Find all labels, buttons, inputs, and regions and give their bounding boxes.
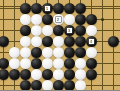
- move-number-badge: 4: [89, 39, 94, 44]
- black-stone: [9, 69, 20, 80]
- black-stone: [20, 25, 31, 36]
- white-stone: [53, 69, 64, 80]
- black-stone: [64, 58, 75, 69]
- black-stone: [75, 14, 86, 25]
- screenshot-stage: 1234: [0, 0, 120, 90]
- black-stone: [64, 36, 75, 47]
- white-stone: [31, 25, 42, 36]
- white-stone: [9, 47, 20, 58]
- black-stone: [64, 69, 75, 80]
- black-stone: 3: [64, 25, 75, 36]
- black-stone: [64, 3, 75, 14]
- black-stone: [75, 3, 86, 14]
- black-stone: [20, 3, 31, 14]
- white-stone: [53, 58, 64, 69]
- white-stone: [20, 14, 31, 25]
- white-stone: [53, 47, 64, 58]
- black-stone: [75, 36, 86, 47]
- black-stone: [42, 69, 53, 80]
- star-point: [101, 18, 104, 21]
- white-stone: [20, 36, 31, 47]
- black-stone: [20, 69, 31, 80]
- black-stone: [53, 25, 64, 36]
- black-stone: [31, 3, 42, 14]
- white-stone: 2: [53, 14, 64, 25]
- black-stone: 1: [42, 3, 53, 14]
- white-stone: [31, 36, 42, 47]
- black-stone: [0, 36, 9, 47]
- white-stone: [31, 14, 42, 25]
- white-stone: [9, 58, 20, 69]
- black-stone: [53, 80, 64, 91]
- white-stone: [20, 58, 31, 69]
- black-stone: 4: [86, 36, 97, 47]
- white-stone: [53, 36, 64, 47]
- white-stone: [86, 25, 97, 36]
- black-stone: [31, 47, 42, 58]
- black-stone: [42, 36, 53, 47]
- black-stone: [42, 14, 53, 25]
- black-stone: [31, 80, 42, 91]
- white-stone: [75, 80, 86, 91]
- white-stone: [42, 80, 53, 91]
- black-stone: [75, 25, 86, 36]
- move-number-badge: 3: [67, 28, 72, 33]
- white-stone: [31, 69, 42, 80]
- white-stone: [42, 25, 53, 36]
- black-stone: [31, 58, 42, 69]
- black-stone: [86, 58, 97, 69]
- white-stone: [20, 47, 31, 58]
- white-stone: [42, 58, 53, 69]
- black-stone: [0, 58, 9, 69]
- black-stone: [86, 14, 97, 25]
- black-stone: [53, 3, 64, 14]
- black-stone: [0, 69, 9, 80]
- black-stone: [64, 47, 75, 58]
- black-stone: [108, 36, 119, 47]
- white-stone: [86, 47, 97, 58]
- black-stone: [20, 80, 31, 91]
- black-stone: [64, 80, 75, 91]
- black-stone: [86, 69, 97, 80]
- white-stone: [42, 47, 53, 58]
- go-board[interactable]: 1234: [0, 0, 120, 90]
- white-stone: [75, 58, 86, 69]
- move-number-badge: 1: [45, 6, 50, 11]
- black-stone: [75, 47, 86, 58]
- white-stone: [75, 69, 86, 80]
- white-stone: [64, 14, 75, 25]
- move-number-badge: 2: [56, 17, 61, 22]
